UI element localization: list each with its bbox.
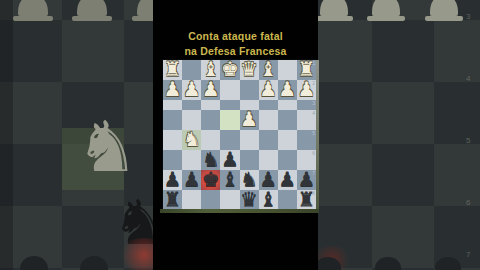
piece-black-queen: ♛ (240, 189, 258, 209)
rank-label: 5 (312, 131, 315, 136)
piece-black-pawn: ♟ (278, 169, 296, 189)
bg-pawn-collar (13, 16, 53, 21)
piece-white-queen: ♛ (240, 59, 258, 79)
square-c4 (259, 110, 278, 130)
piece-white-pawn: ♟ (183, 79, 201, 99)
rank-label: 1 (312, 61, 315, 66)
rank-label: 7 (312, 171, 315, 176)
square-b8 (278, 190, 297, 210)
rank-label: 3 (312, 101, 315, 106)
bg-pawn-collar (425, 16, 463, 21)
video-title-line1: Conta ataque fatal (153, 30, 318, 42)
square-h3 (163, 100, 182, 110)
square-e7: ♝ (220, 170, 239, 190)
piece-black-rook: ♜ (164, 189, 182, 209)
square-f2: ♟ (201, 80, 220, 100)
bg-rank-digit: 6 (466, 198, 470, 207)
board-bottom-edge (160, 209, 319, 213)
square-h8: ♜ (163, 190, 182, 210)
square-h2: ♟ (163, 80, 182, 100)
square-c5 (259, 130, 278, 150)
piece-white-pawn: ♟ (164, 79, 182, 99)
rank-label: 8 (312, 191, 315, 196)
square-a8: ♜8 (297, 190, 316, 210)
piece-white-rook: ♜ (164, 59, 182, 79)
piece-black-king: ♚ (202, 169, 220, 189)
bg-rank-digit: 3 (466, 12, 470, 21)
square-d4: ♟ (240, 110, 259, 130)
video-title-line2: na Defesa Francesa (153, 45, 318, 57)
square-g7: ♟ (182, 170, 201, 190)
background-left-shade (0, 0, 13, 270)
square-e4 (220, 110, 239, 130)
square-g8 (182, 190, 201, 210)
bg-rank-digit: 5 (466, 136, 470, 145)
square-d1: ♛ (240, 60, 259, 80)
square-c2: ♟ (259, 80, 278, 100)
square-a4: 4 (297, 110, 316, 130)
bg-pawn-collar (367, 16, 405, 21)
bg-pawn-collar (315, 16, 353, 21)
bg-rank-digit: 7 (466, 250, 470, 259)
square-e1: ♚ (220, 60, 239, 80)
piece-black-pawn: ♟ (259, 169, 277, 189)
square-g5: ♞ (182, 130, 201, 150)
square-a5: 5 (297, 130, 316, 150)
bg-pawn-collar (72, 16, 112, 21)
square-h5 (163, 130, 182, 150)
bg-pawn-top-icon (320, 0, 348, 16)
square-b2: ♟ (278, 80, 297, 100)
square-d8: ♛ (240, 190, 259, 210)
bg-pawn-top-icon (18, 0, 48, 16)
square-f8 (201, 190, 220, 210)
square-d2 (240, 80, 259, 100)
square-g2: ♟ (182, 80, 201, 100)
shorts-video-frame[interactable]: ♞ ♞ 34567 Conta ataque fatal na Defesa F… (0, 0, 480, 270)
square-e2 (220, 80, 239, 100)
piece-black-pawn: ♟ (164, 169, 182, 189)
piece-white-pawn: ♟ (278, 79, 296, 99)
square-d5 (240, 130, 259, 150)
square-b5 (278, 130, 297, 150)
piece-white-pawn: ♟ (202, 79, 220, 99)
square-f7: ♚ (201, 170, 220, 190)
square-b7: ♟ (278, 170, 297, 190)
rank-label: 4 (312, 111, 315, 116)
square-e3 (220, 100, 239, 110)
piece-white-pawn: ♟ (240, 109, 258, 129)
square-b3 (278, 100, 297, 110)
rank-label: 2 (312, 81, 315, 86)
square-e8 (220, 190, 239, 210)
piece-white-pawn: ♟ (259, 79, 277, 99)
square-c8: ♝ (259, 190, 278, 210)
piece-white-bishop: ♝ (202, 59, 220, 79)
piece-white-bishop: ♝ (259, 59, 277, 79)
piece-white-king: ♚ (221, 59, 239, 79)
square-h4 (163, 110, 182, 130)
rank-label: 6 (312, 151, 315, 156)
square-b4 (278, 110, 297, 130)
piece-black-bishop: ♝ (259, 189, 277, 209)
piece-black-pawn: ♟ (183, 169, 201, 189)
square-f4 (201, 110, 220, 130)
square-f3 (201, 100, 220, 110)
bg-rank-digit: 4 (466, 74, 470, 83)
piece-white-knight: ♞ (183, 129, 201, 149)
bg-white-knight-icon: ♞ (76, 112, 139, 182)
square-a2: ♟2 (297, 80, 316, 100)
bg-pawn-top-icon (430, 0, 458, 16)
piece-black-bishop: ♝ (221, 169, 239, 189)
square-g3 (182, 100, 201, 110)
piece-black-pawn: ♟ (221, 149, 239, 169)
bg-pawn-top-icon (77, 0, 107, 16)
piece-black-knight: ♞ (202, 149, 220, 169)
square-c3 (259, 100, 278, 110)
board-right-edge (316, 60, 319, 210)
chess-board: ♜♝♚♛♝♜1♟♟♟♟♟♟23♟4♞5♞♟6♟♟♚♝♞♟♟♟7♜♛♝♜8 (163, 60, 316, 210)
square-a3: 3 (297, 100, 316, 110)
piece-black-knight: ♞ (240, 169, 258, 189)
bg-pawn-top-icon (372, 0, 400, 16)
